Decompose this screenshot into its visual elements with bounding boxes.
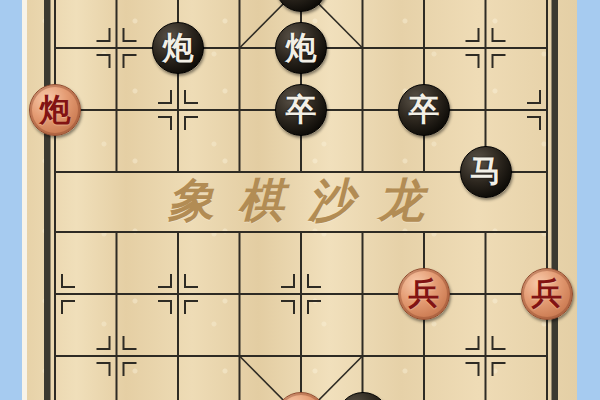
red-cannon-glyph: 炮 [40,94,71,125]
black-piece-partial-top[interactable] [275,0,327,12]
black-cannon[interactable]: 炮 [152,22,204,74]
black-cannon[interactable]: 炮 [275,22,327,74]
red-soldier[interactable]: 兵 [398,268,450,320]
black-cannon-glyph: 炮 [163,32,194,63]
black-soldier[interactable]: 卒 [398,84,450,136]
black-soldier-glyph: 卒 [286,94,317,125]
piece-layer: 炮炮卒卒马炮兵兵 [24,0,578,400]
red-soldier[interactable]: 兵 [521,268,573,320]
red-cannon[interactable]: 炮 [29,84,81,136]
xiangqi-app-window: 象棋沙龙 炮炮卒卒马炮兵兵 [0,0,600,400]
red-soldier-glyph: 兵 [409,278,440,309]
black-piece-partial-bottom[interactable] [337,392,389,400]
black-soldier[interactable]: 卒 [275,84,327,136]
red-piece-partial-bottom[interactable] [275,392,327,400]
black-soldier-glyph: 卒 [409,94,440,125]
black-horse-glyph: 马 [470,155,501,186]
red-soldier-glyph: 兵 [532,278,563,309]
black-horse[interactable]: 马 [460,146,512,198]
black-cannon-glyph: 炮 [286,32,317,63]
